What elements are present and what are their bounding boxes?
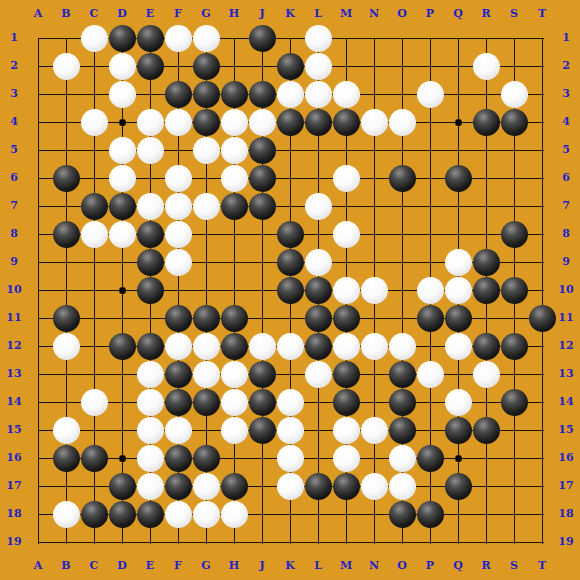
intersection-R19[interactable] [472, 528, 500, 556]
intersection-B6[interactable] [52, 164, 80, 192]
intersection-E17[interactable] [136, 472, 164, 500]
intersection-P4[interactable] [416, 108, 444, 136]
intersection-C17[interactable] [80, 472, 108, 500]
intersection-S3[interactable] [500, 80, 528, 108]
intersection-G19[interactable] [192, 528, 220, 556]
intersection-O4[interactable] [388, 108, 416, 136]
intersection-O5[interactable] [388, 136, 416, 164]
intersection-B17[interactable] [52, 472, 80, 500]
intersection-L7[interactable] [304, 192, 332, 220]
intersection-Q9[interactable] [444, 248, 472, 276]
intersection-E3[interactable] [136, 80, 164, 108]
intersection-B3[interactable] [52, 80, 80, 108]
intersection-S12[interactable] [500, 332, 528, 360]
intersection-C19[interactable] [80, 528, 108, 556]
intersection-G1[interactable] [192, 24, 220, 52]
intersection-J17[interactable] [248, 472, 276, 500]
intersection-S15[interactable] [500, 416, 528, 444]
intersection-R13[interactable] [472, 360, 500, 388]
intersection-O9[interactable] [388, 248, 416, 276]
intersection-R11[interactable] [472, 304, 500, 332]
intersection-H8[interactable] [220, 220, 248, 248]
intersection-E4[interactable] [136, 108, 164, 136]
intersection-D2[interactable] [108, 52, 136, 80]
intersection-O10[interactable] [388, 276, 416, 304]
intersection-J11[interactable] [248, 304, 276, 332]
intersection-F3[interactable] [164, 80, 192, 108]
intersection-C13[interactable] [80, 360, 108, 388]
intersection-E5[interactable] [136, 136, 164, 164]
intersection-A17[interactable] [24, 472, 52, 500]
intersection-G4[interactable] [192, 108, 220, 136]
intersection-K13[interactable] [276, 360, 304, 388]
intersection-D7[interactable] [108, 192, 136, 220]
intersection-G6[interactable] [192, 164, 220, 192]
intersection-F9[interactable] [164, 248, 192, 276]
intersection-F6[interactable] [164, 164, 192, 192]
intersection-L3[interactable] [304, 80, 332, 108]
intersection-M6[interactable] [332, 164, 360, 192]
intersection-S19[interactable] [500, 528, 528, 556]
intersection-P2[interactable] [416, 52, 444, 80]
intersection-F4[interactable] [164, 108, 192, 136]
intersection-R18[interactable] [472, 500, 500, 528]
intersection-G14[interactable] [192, 388, 220, 416]
intersection-Q13[interactable] [444, 360, 472, 388]
intersection-D16[interactable] [108, 444, 136, 472]
intersection-T18[interactable] [528, 500, 556, 528]
intersection-Q14[interactable] [444, 388, 472, 416]
intersection-H1[interactable] [220, 24, 248, 52]
intersection-O3[interactable] [388, 80, 416, 108]
intersection-K5[interactable] [276, 136, 304, 164]
intersection-B19[interactable] [52, 528, 80, 556]
intersection-T12[interactable] [528, 332, 556, 360]
intersection-B5[interactable] [52, 136, 80, 164]
intersection-F16[interactable] [164, 444, 192, 472]
intersection-F13[interactable] [164, 360, 192, 388]
intersection-Q11[interactable] [444, 304, 472, 332]
intersection-D3[interactable] [108, 80, 136, 108]
intersection-N9[interactable] [360, 248, 388, 276]
intersection-T15[interactable] [528, 416, 556, 444]
intersection-E11[interactable] [136, 304, 164, 332]
intersection-H12[interactable] [220, 332, 248, 360]
intersection-N6[interactable] [360, 164, 388, 192]
intersection-N8[interactable] [360, 220, 388, 248]
intersection-T16[interactable] [528, 444, 556, 472]
intersection-C16[interactable] [80, 444, 108, 472]
intersection-L5[interactable] [304, 136, 332, 164]
intersection-C4[interactable] [80, 108, 108, 136]
intersection-M18[interactable] [332, 500, 360, 528]
intersection-Q12[interactable] [444, 332, 472, 360]
intersection-T8[interactable] [528, 220, 556, 248]
intersection-D14[interactable] [108, 388, 136, 416]
intersection-O13[interactable] [388, 360, 416, 388]
intersection-H16[interactable] [220, 444, 248, 472]
intersection-Q19[interactable] [444, 528, 472, 556]
intersection-R8[interactable] [472, 220, 500, 248]
intersection-D18[interactable] [108, 500, 136, 528]
intersection-S11[interactable] [500, 304, 528, 332]
intersection-L11[interactable] [304, 304, 332, 332]
intersection-A6[interactable] [24, 164, 52, 192]
intersection-L16[interactable] [304, 444, 332, 472]
intersection-A14[interactable] [24, 388, 52, 416]
intersection-C2[interactable] [80, 52, 108, 80]
intersection-O8[interactable] [388, 220, 416, 248]
intersection-H3[interactable] [220, 80, 248, 108]
intersection-P5[interactable] [416, 136, 444, 164]
intersection-L9[interactable] [304, 248, 332, 276]
intersection-N17[interactable] [360, 472, 388, 500]
intersection-L17[interactable] [304, 472, 332, 500]
intersection-P11[interactable] [416, 304, 444, 332]
intersection-T14[interactable] [528, 388, 556, 416]
intersection-R4[interactable] [472, 108, 500, 136]
intersection-T1[interactable] [528, 24, 556, 52]
intersection-E19[interactable] [136, 528, 164, 556]
intersection-C14[interactable] [80, 388, 108, 416]
intersection-R7[interactable] [472, 192, 500, 220]
intersection-G11[interactable] [192, 304, 220, 332]
intersection-B15[interactable] [52, 416, 80, 444]
intersection-R2[interactable] [472, 52, 500, 80]
intersection-A7[interactable] [24, 192, 52, 220]
intersection-M17[interactable] [332, 472, 360, 500]
intersection-D4[interactable] [108, 108, 136, 136]
intersection-S7[interactable] [500, 192, 528, 220]
intersection-A10[interactable] [24, 276, 52, 304]
intersection-A8[interactable] [24, 220, 52, 248]
intersection-K10[interactable] [276, 276, 304, 304]
intersection-M13[interactable] [332, 360, 360, 388]
intersection-Q17[interactable] [444, 472, 472, 500]
intersection-K2[interactable] [276, 52, 304, 80]
intersection-M19[interactable] [332, 528, 360, 556]
intersection-D9[interactable] [108, 248, 136, 276]
intersection-C8[interactable] [80, 220, 108, 248]
intersection-J14[interactable] [248, 388, 276, 416]
intersection-R14[interactable] [472, 388, 500, 416]
intersection-C3[interactable] [80, 80, 108, 108]
intersection-D6[interactable] [108, 164, 136, 192]
intersection-H7[interactable] [220, 192, 248, 220]
intersection-J10[interactable] [248, 276, 276, 304]
intersection-P6[interactable] [416, 164, 444, 192]
intersection-S17[interactable] [500, 472, 528, 500]
intersection-F19[interactable] [164, 528, 192, 556]
intersection-C5[interactable] [80, 136, 108, 164]
intersection-G13[interactable] [192, 360, 220, 388]
intersection-G5[interactable] [192, 136, 220, 164]
intersection-N3[interactable] [360, 80, 388, 108]
intersection-R15[interactable] [472, 416, 500, 444]
intersection-F15[interactable] [164, 416, 192, 444]
intersection-H15[interactable] [220, 416, 248, 444]
intersection-G7[interactable] [192, 192, 220, 220]
intersection-K16[interactable] [276, 444, 304, 472]
intersection-S6[interactable] [500, 164, 528, 192]
intersection-N19[interactable] [360, 528, 388, 556]
intersection-L18[interactable] [304, 500, 332, 528]
intersection-P18[interactable] [416, 500, 444, 528]
intersection-P9[interactable] [416, 248, 444, 276]
intersection-P15[interactable] [416, 416, 444, 444]
intersection-G10[interactable] [192, 276, 220, 304]
intersection-E16[interactable] [136, 444, 164, 472]
intersection-T17[interactable] [528, 472, 556, 500]
intersection-F14[interactable] [164, 388, 192, 416]
intersection-N18[interactable] [360, 500, 388, 528]
intersection-F2[interactable] [164, 52, 192, 80]
intersection-F18[interactable] [164, 500, 192, 528]
intersection-H4[interactable] [220, 108, 248, 136]
intersection-H18[interactable] [220, 500, 248, 528]
intersection-M3[interactable] [332, 80, 360, 108]
intersection-T13[interactable] [528, 360, 556, 388]
intersection-H14[interactable] [220, 388, 248, 416]
intersection-E1[interactable] [136, 24, 164, 52]
intersection-Q3[interactable] [444, 80, 472, 108]
intersection-N14[interactable] [360, 388, 388, 416]
intersection-L4[interactable] [304, 108, 332, 136]
intersection-N1[interactable] [360, 24, 388, 52]
intersection-Q7[interactable] [444, 192, 472, 220]
intersection-M11[interactable] [332, 304, 360, 332]
intersection-G12[interactable] [192, 332, 220, 360]
intersection-G15[interactable] [192, 416, 220, 444]
intersection-M15[interactable] [332, 416, 360, 444]
intersection-R3[interactable] [472, 80, 500, 108]
intersection-T3[interactable] [528, 80, 556, 108]
intersection-E9[interactable] [136, 248, 164, 276]
intersection-P14[interactable] [416, 388, 444, 416]
intersection-T10[interactable] [528, 276, 556, 304]
intersection-H5[interactable] [220, 136, 248, 164]
intersection-D19[interactable] [108, 528, 136, 556]
intersection-A13[interactable] [24, 360, 52, 388]
intersection-P19[interactable] [416, 528, 444, 556]
intersection-T4[interactable] [528, 108, 556, 136]
intersection-G2[interactable] [192, 52, 220, 80]
intersection-D15[interactable] [108, 416, 136, 444]
intersection-R9[interactable] [472, 248, 500, 276]
intersection-N5[interactable] [360, 136, 388, 164]
intersection-F7[interactable] [164, 192, 192, 220]
intersection-H11[interactable] [220, 304, 248, 332]
intersection-J5[interactable] [248, 136, 276, 164]
intersection-D17[interactable] [108, 472, 136, 500]
intersection-N11[interactable] [360, 304, 388, 332]
intersection-F5[interactable] [164, 136, 192, 164]
intersection-F11[interactable] [164, 304, 192, 332]
intersection-K12[interactable] [276, 332, 304, 360]
intersection-K14[interactable] [276, 388, 304, 416]
intersection-J19[interactable] [248, 528, 276, 556]
intersection-B10[interactable] [52, 276, 80, 304]
intersection-A2[interactable] [24, 52, 52, 80]
intersection-B7[interactable] [52, 192, 80, 220]
intersection-H9[interactable] [220, 248, 248, 276]
intersection-N7[interactable] [360, 192, 388, 220]
intersection-J8[interactable] [248, 220, 276, 248]
intersection-O15[interactable] [388, 416, 416, 444]
intersection-T2[interactable] [528, 52, 556, 80]
intersection-C18[interactable] [80, 500, 108, 528]
intersection-P17[interactable] [416, 472, 444, 500]
intersection-J3[interactable] [248, 80, 276, 108]
intersection-D8[interactable] [108, 220, 136, 248]
intersection-L2[interactable] [304, 52, 332, 80]
intersection-B8[interactable] [52, 220, 80, 248]
intersection-Q5[interactable] [444, 136, 472, 164]
intersection-T6[interactable] [528, 164, 556, 192]
intersection-J12[interactable] [248, 332, 276, 360]
intersection-C12[interactable] [80, 332, 108, 360]
intersection-R17[interactable] [472, 472, 500, 500]
intersection-E10[interactable] [136, 276, 164, 304]
intersection-L8[interactable] [304, 220, 332, 248]
intersection-O14[interactable] [388, 388, 416, 416]
intersection-A4[interactable] [24, 108, 52, 136]
intersection-S14[interactable] [500, 388, 528, 416]
intersection-M8[interactable] [332, 220, 360, 248]
intersection-D11[interactable] [108, 304, 136, 332]
intersection-P10[interactable] [416, 276, 444, 304]
intersection-P8[interactable] [416, 220, 444, 248]
intersection-D12[interactable] [108, 332, 136, 360]
intersection-P16[interactable] [416, 444, 444, 472]
intersection-D5[interactable] [108, 136, 136, 164]
intersection-L12[interactable] [304, 332, 332, 360]
intersection-H13[interactable] [220, 360, 248, 388]
intersection-M14[interactable] [332, 388, 360, 416]
intersection-R6[interactable] [472, 164, 500, 192]
intersection-T7[interactable] [528, 192, 556, 220]
intersection-J13[interactable] [248, 360, 276, 388]
intersection-H10[interactable] [220, 276, 248, 304]
intersection-A18[interactable] [24, 500, 52, 528]
intersection-J1[interactable] [248, 24, 276, 52]
intersection-E18[interactable] [136, 500, 164, 528]
intersection-J2[interactable] [248, 52, 276, 80]
intersection-G8[interactable] [192, 220, 220, 248]
intersection-H2[interactable] [220, 52, 248, 80]
intersection-R5[interactable] [472, 136, 500, 164]
intersection-M5[interactable] [332, 136, 360, 164]
intersection-F17[interactable] [164, 472, 192, 500]
intersection-K17[interactable] [276, 472, 304, 500]
intersection-M2[interactable] [332, 52, 360, 80]
intersection-B2[interactable] [52, 52, 80, 80]
intersection-S13[interactable] [500, 360, 528, 388]
intersection-S5[interactable] [500, 136, 528, 164]
intersection-C15[interactable] [80, 416, 108, 444]
intersection-L19[interactable] [304, 528, 332, 556]
intersection-O19[interactable] [388, 528, 416, 556]
intersection-K9[interactable] [276, 248, 304, 276]
intersection-M16[interactable] [332, 444, 360, 472]
intersection-C11[interactable] [80, 304, 108, 332]
intersection-K1[interactable] [276, 24, 304, 52]
intersection-E6[interactable] [136, 164, 164, 192]
intersection-O6[interactable] [388, 164, 416, 192]
intersection-E13[interactable] [136, 360, 164, 388]
intersection-G18[interactable] [192, 500, 220, 528]
intersection-J4[interactable] [248, 108, 276, 136]
intersection-A1[interactable] [24, 24, 52, 52]
intersection-P1[interactable] [416, 24, 444, 52]
intersection-M12[interactable] [332, 332, 360, 360]
intersection-A12[interactable] [24, 332, 52, 360]
intersection-B12[interactable] [52, 332, 80, 360]
intersection-J15[interactable] [248, 416, 276, 444]
intersection-B1[interactable] [52, 24, 80, 52]
intersection-J7[interactable] [248, 192, 276, 220]
intersection-A3[interactable] [24, 80, 52, 108]
intersection-M7[interactable] [332, 192, 360, 220]
intersection-T9[interactable] [528, 248, 556, 276]
intersection-O1[interactable] [388, 24, 416, 52]
intersection-P3[interactable] [416, 80, 444, 108]
intersection-E15[interactable] [136, 416, 164, 444]
intersection-N16[interactable] [360, 444, 388, 472]
intersection-Q18[interactable] [444, 500, 472, 528]
intersection-E7[interactable] [136, 192, 164, 220]
intersection-Q1[interactable] [444, 24, 472, 52]
intersection-R10[interactable] [472, 276, 500, 304]
intersection-K3[interactable] [276, 80, 304, 108]
intersection-C6[interactable] [80, 164, 108, 192]
intersection-E2[interactable] [136, 52, 164, 80]
intersection-A15[interactable] [24, 416, 52, 444]
intersection-P7[interactable] [416, 192, 444, 220]
intersection-K7[interactable] [276, 192, 304, 220]
intersection-H19[interactable] [220, 528, 248, 556]
intersection-H17[interactable] [220, 472, 248, 500]
intersection-K6[interactable] [276, 164, 304, 192]
intersection-B14[interactable] [52, 388, 80, 416]
intersection-L15[interactable] [304, 416, 332, 444]
intersection-N2[interactable] [360, 52, 388, 80]
intersection-A19[interactable] [24, 528, 52, 556]
intersection-R1[interactable] [472, 24, 500, 52]
intersection-Q15[interactable] [444, 416, 472, 444]
intersection-G17[interactable] [192, 472, 220, 500]
intersection-E12[interactable] [136, 332, 164, 360]
intersection-B9[interactable] [52, 248, 80, 276]
intersection-C10[interactable] [80, 276, 108, 304]
intersection-R16[interactable] [472, 444, 500, 472]
intersection-L14[interactable] [304, 388, 332, 416]
intersection-M1[interactable] [332, 24, 360, 52]
intersection-B16[interactable] [52, 444, 80, 472]
intersection-S10[interactable] [500, 276, 528, 304]
intersection-G9[interactable] [192, 248, 220, 276]
intersection-C1[interactable] [80, 24, 108, 52]
intersection-A9[interactable] [24, 248, 52, 276]
intersection-F8[interactable] [164, 220, 192, 248]
intersection-D10[interactable] [108, 276, 136, 304]
intersection-N12[interactable] [360, 332, 388, 360]
intersection-D13[interactable] [108, 360, 136, 388]
intersection-S1[interactable] [500, 24, 528, 52]
intersection-B11[interactable] [52, 304, 80, 332]
intersection-Q8[interactable] [444, 220, 472, 248]
intersection-P12[interactable] [416, 332, 444, 360]
